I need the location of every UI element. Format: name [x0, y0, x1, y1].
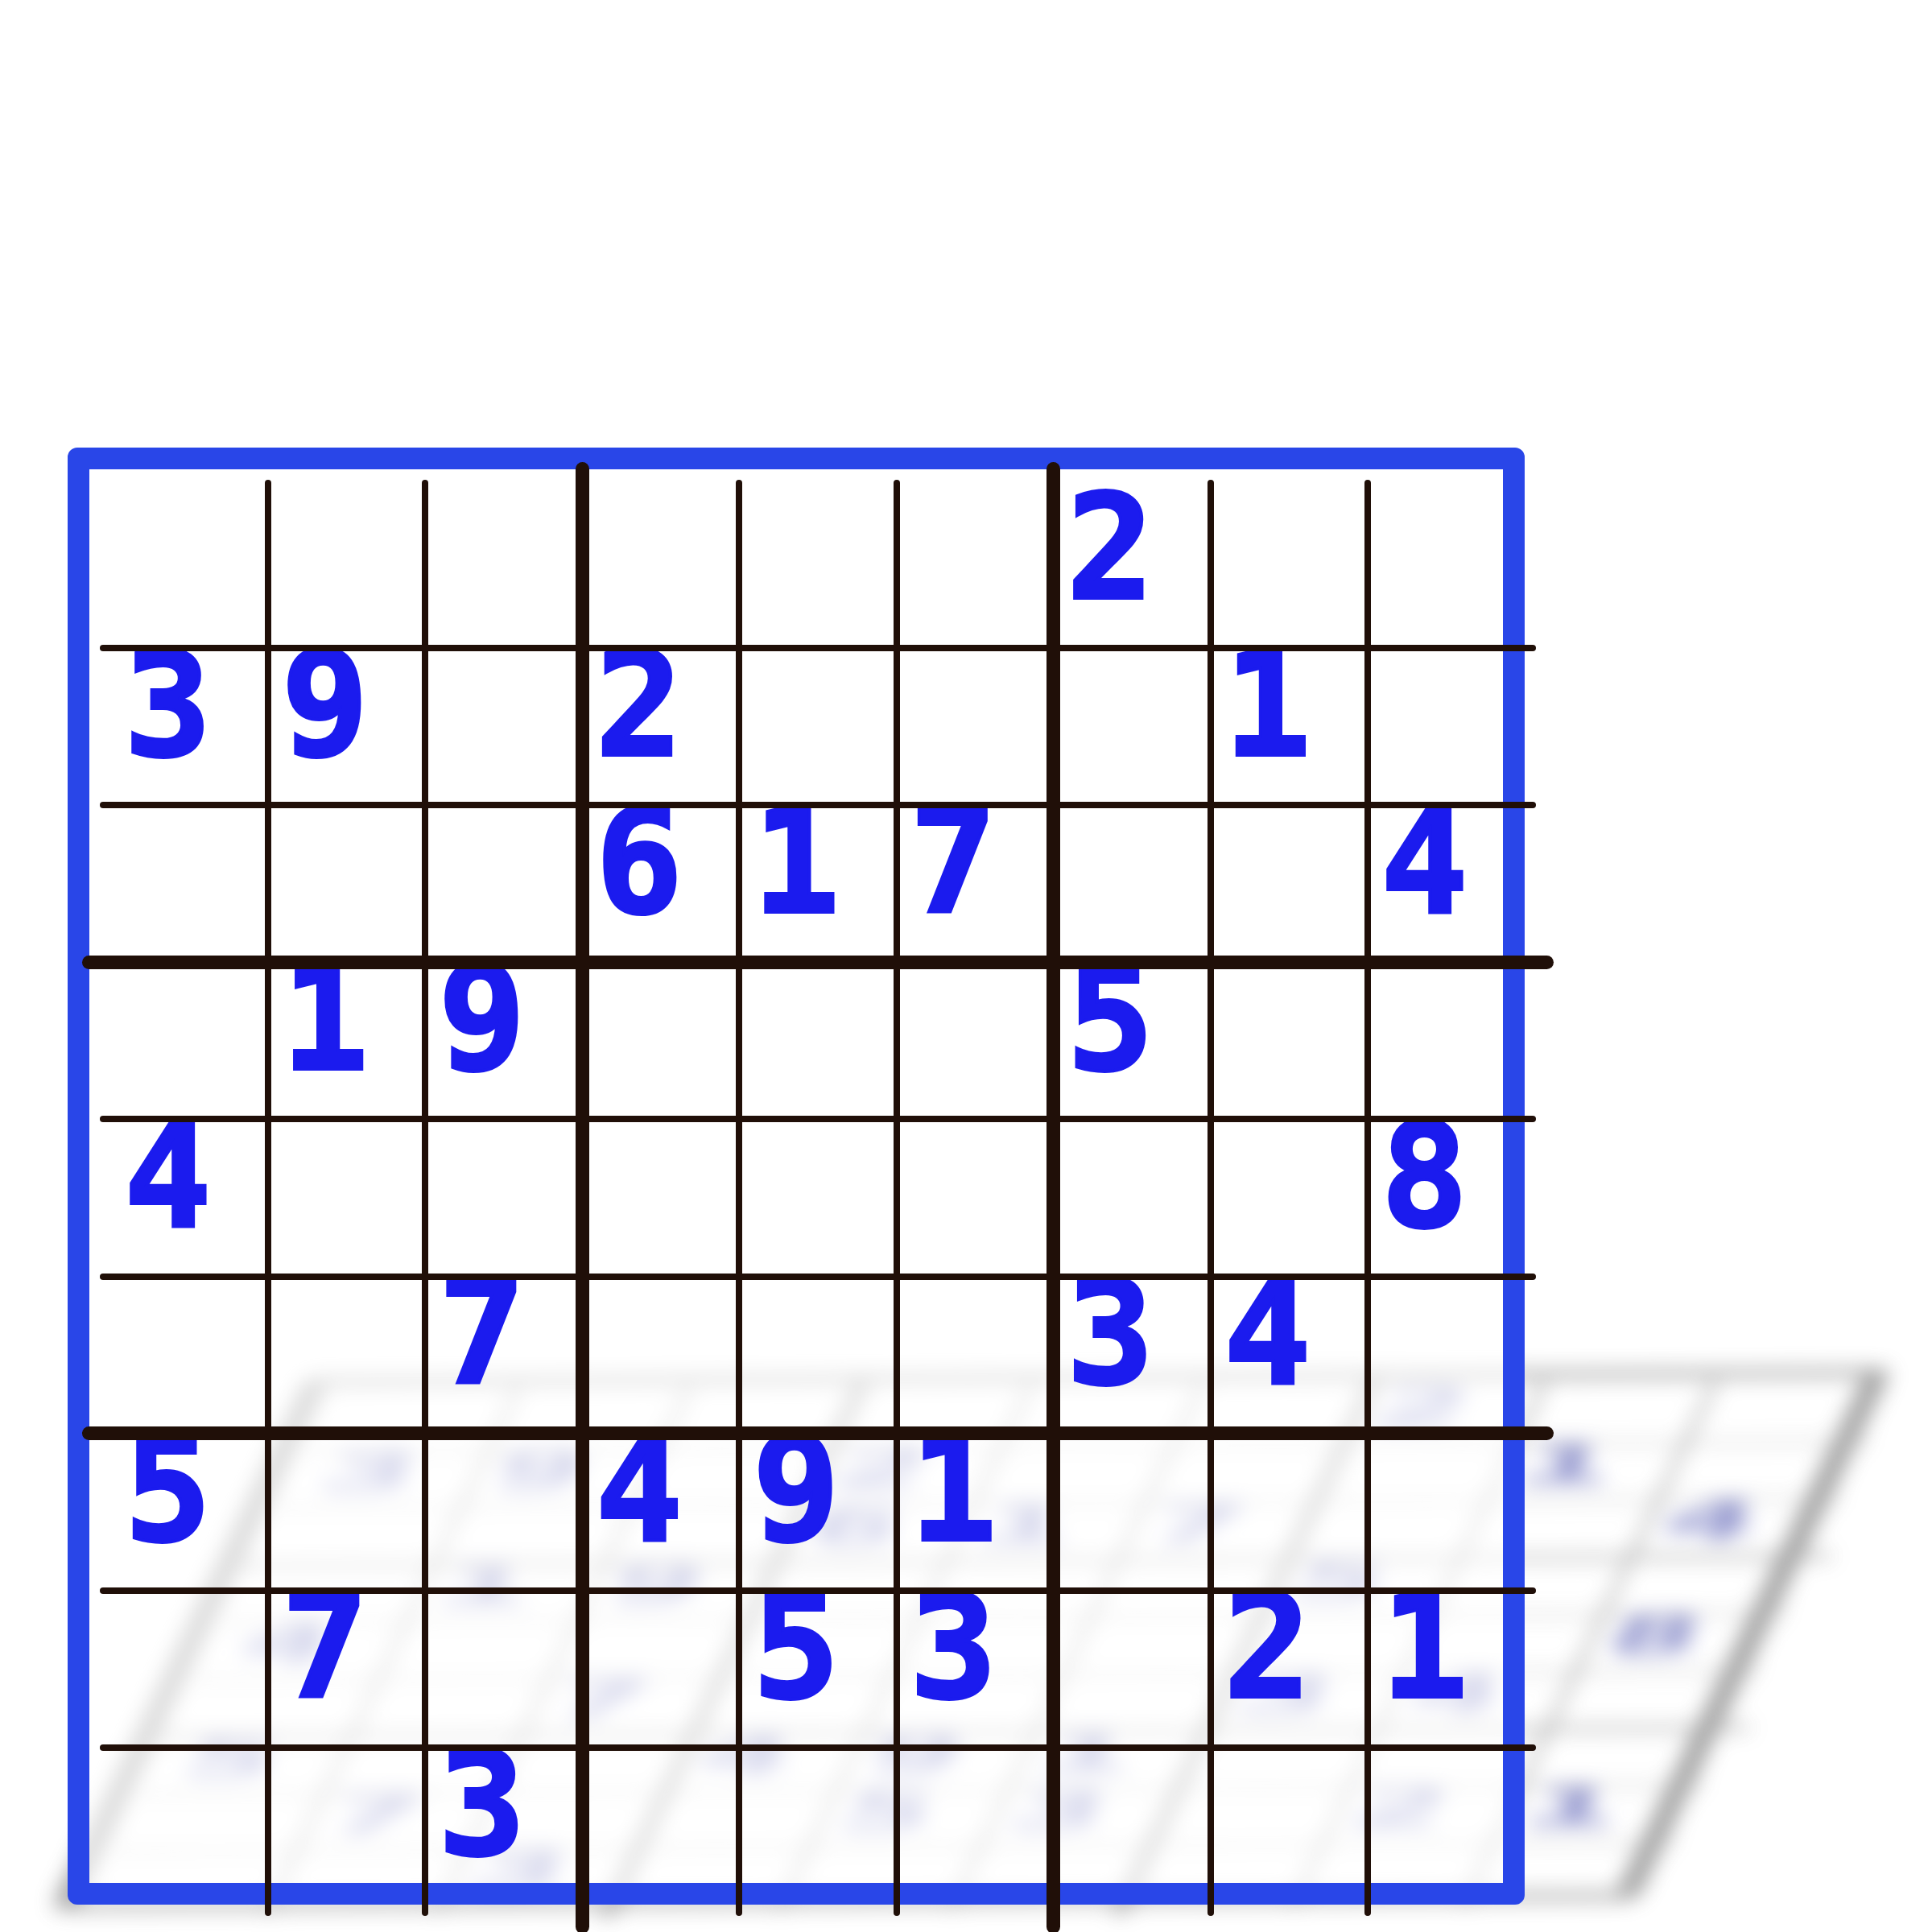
grid-line-h-6 — [82, 1426, 1554, 1440]
digit: 9 — [281, 633, 368, 778]
grid-line-h-2 — [100, 802, 1536, 808]
digit: 3 — [439, 1732, 526, 1876]
cell-r1c1[interactable] — [89, 469, 246, 626]
grid-line-h-8 — [100, 1744, 1536, 1751]
grid-line-v-2 — [422, 480, 428, 1916]
digit: 3 — [124, 633, 211, 778]
digit: 8 — [1595, 1608, 1715, 1662]
grid-line-v-5 — [894, 480, 900, 1916]
digit: 8 — [1381, 1104, 1468, 1249]
digit: 4 — [1650, 1493, 1770, 1546]
board-cells: 239216174195487345491753213 — [89, 469, 1503, 1883]
digit: 4 — [1381, 790, 1468, 935]
grid-line-v-1 — [265, 480, 271, 1916]
digit: 4 — [1224, 1261, 1311, 1406]
digit: 2 — [1224, 1575, 1311, 1719]
digit: 3 — [910, 1575, 997, 1719]
digit: 5 — [753, 1575, 840, 1719]
digit: 3 — [1067, 1261, 1154, 1406]
grid-line-v-8 — [1364, 480, 1371, 1916]
digit: 1 — [1513, 1780, 1633, 1833]
digit: 7 — [439, 1261, 526, 1406]
digit: 4 — [124, 1104, 211, 1249]
grid-line-h-4 — [100, 1116, 1536, 1122]
grid-line-v-6 — [1046, 462, 1060, 1932]
sudoku-board: 239216174195487345491753213 — [68, 448, 1525, 1905]
digit: 1 — [1224, 633, 1311, 778]
grid-line-h-3 — [82, 956, 1554, 969]
digit: 2 — [1067, 476, 1154, 621]
digit: 6 — [596, 790, 683, 935]
digit: 2 — [596, 633, 683, 778]
digit: 7 — [910, 790, 997, 935]
grid-line-h-7 — [100, 1587, 1536, 1594]
grid-line-v-3 — [576, 462, 589, 1932]
grid-line-v-4 — [736, 480, 742, 1916]
grid-line-v-7 — [1207, 480, 1214, 1916]
digit: 7 — [281, 1575, 368, 1719]
digit: 1 — [753, 790, 840, 935]
digit: 1 — [1381, 1575, 1468, 1719]
sudoku-scene: 239216174195487345491753213 239216174195… — [0, 0, 1932, 1932]
grid-line-h-5 — [100, 1274, 1536, 1280]
grid-line-h-1 — [100, 645, 1536, 651]
